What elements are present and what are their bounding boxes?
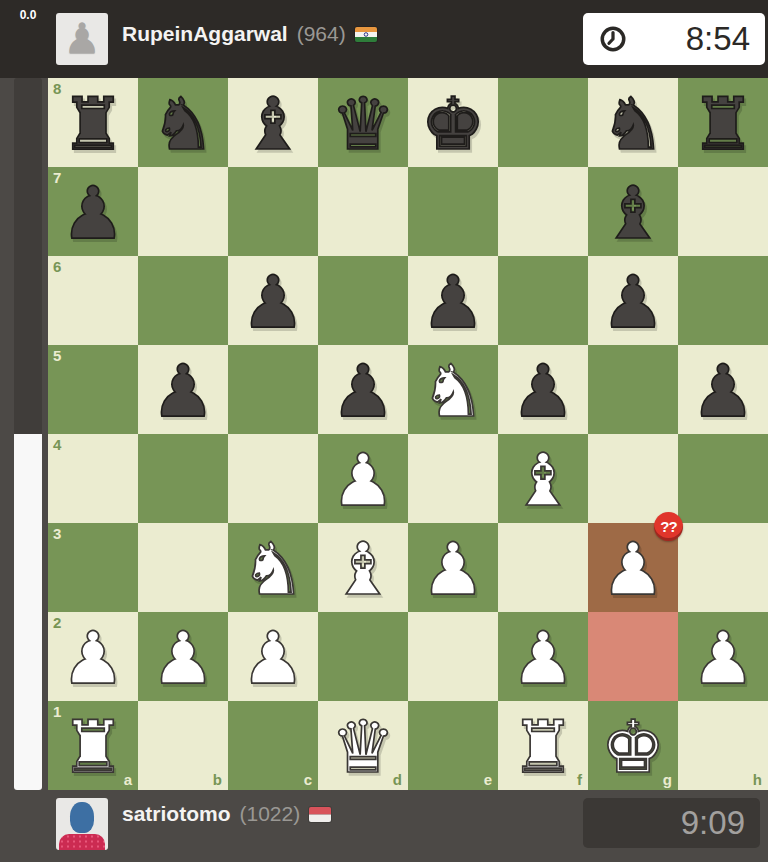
- black-pawn[interactable]: ♟: [331, 355, 396, 427]
- black-pawn[interactable]: ♟: [421, 266, 486, 338]
- rank-label-6: 6: [53, 259, 61, 274]
- white-bishop[interactable]: ♝: [511, 444, 576, 516]
- blunder-badge: ??: [654, 512, 683, 541]
- square-c1[interactable]: c: [228, 701, 318, 790]
- square-b3[interactable]: [138, 523, 228, 612]
- black-bishop[interactable]: ♝: [241, 88, 306, 160]
- file-label-f: f: [577, 772, 582, 787]
- white-bishop[interactable]: ♝: [331, 533, 396, 605]
- square-b2[interactable]: ♟: [138, 612, 228, 701]
- eval-white-section: [14, 434, 42, 790]
- bottom-clock-time: 9:09: [681, 804, 745, 842]
- rank-label-5: 5: [53, 348, 61, 363]
- white-pawn[interactable]: ♟: [601, 533, 666, 605]
- black-pawn[interactable]: ♟: [241, 266, 306, 338]
- white-rook[interactable]: ♜: [61, 711, 126, 783]
- square-c2[interactable]: ♟: [228, 612, 318, 701]
- square-b4[interactable]: [138, 434, 228, 523]
- square-d8[interactable]: ♛: [318, 78, 408, 167]
- white-pawn[interactable]: ♟: [331, 444, 396, 516]
- square-f2[interactable]: ♟: [498, 612, 588, 701]
- rank-label-4: 4: [53, 437, 61, 452]
- square-h1[interactable]: h: [678, 701, 768, 790]
- square-e1[interactable]: e: [408, 701, 498, 790]
- white-pawn[interactable]: ♟: [511, 622, 576, 694]
- black-pawn[interactable]: ♟: [511, 355, 576, 427]
- square-f3[interactable]: [498, 523, 588, 612]
- square-d7[interactable]: [318, 167, 408, 256]
- file-label-h: h: [753, 772, 762, 787]
- square-h4[interactable]: [678, 434, 768, 523]
- square-e2[interactable]: [408, 612, 498, 701]
- square-g8[interactable]: ♞: [588, 78, 678, 167]
- white-pawn[interactable]: ♟: [151, 622, 216, 694]
- bottom-player-bar: satriotomo (1022) 9:09: [0, 790, 768, 862]
- square-b7[interactable]: [138, 167, 228, 256]
- top-player-rating: (964): [297, 22, 346, 46]
- black-pawn[interactable]: ♟: [601, 266, 666, 338]
- top-player-name[interactable]: RupeinAggarwal: [122, 22, 288, 46]
- white-knight[interactable]: ♞: [241, 533, 306, 605]
- person-avatar-icon: [70, 802, 94, 833]
- square-f8[interactable]: [498, 78, 588, 167]
- square-f1[interactable]: f♜: [498, 701, 588, 790]
- pawn-avatar-icon: ♟: [63, 18, 101, 60]
- square-g4[interactable]: [588, 434, 678, 523]
- rank-label-3: 3: [53, 526, 61, 541]
- bottom-player-clock: 9:09: [583, 798, 760, 848]
- square-d6[interactable]: [318, 256, 408, 345]
- square-h6[interactable]: [678, 256, 768, 345]
- black-rook[interactable]: ♜: [691, 88, 756, 160]
- square-c5[interactable]: [228, 345, 318, 434]
- top-player-clock: 8:54: [583, 13, 765, 65]
- eval-score: 0.0: [14, 8, 42, 22]
- white-pawn[interactable]: ♟: [241, 622, 306, 694]
- square-e4[interactable]: [408, 434, 498, 523]
- square-g5[interactable]: [588, 345, 678, 434]
- person-avatar-shirt: [59, 834, 105, 850]
- top-player-avatar[interactable]: ♟: [56, 13, 108, 65]
- black-knight[interactable]: ♞: [151, 88, 216, 160]
- square-f7[interactable]: [498, 167, 588, 256]
- black-knight[interactable]: ♞: [601, 88, 666, 160]
- file-label-e: e: [484, 772, 492, 787]
- chess-game-screen: ♟ RupeinAggarwal (964) 8:54: [0, 0, 768, 862]
- square-d3[interactable]: ♝: [318, 523, 408, 612]
- bottom-player-avatar[interactable]: [56, 798, 108, 850]
- square-b1[interactable]: b: [138, 701, 228, 790]
- square-g6[interactable]: ♟: [588, 256, 678, 345]
- square-c4[interactable]: [228, 434, 318, 523]
- white-king[interactable]: ♚: [601, 711, 666, 783]
- white-rook[interactable]: ♜: [511, 711, 576, 783]
- square-f5[interactable]: ♟: [498, 345, 588, 434]
- black-pawn[interactable]: ♟: [61, 177, 126, 249]
- square-b6[interactable]: [138, 256, 228, 345]
- square-h7[interactable]: [678, 167, 768, 256]
- top-clock-time: 8:54: [686, 20, 750, 58]
- square-a5[interactable]: 5: [48, 345, 138, 434]
- black-queen[interactable]: ♛: [331, 88, 396, 160]
- square-g2[interactable]: [588, 612, 678, 701]
- square-c6[interactable]: ♟: [228, 256, 318, 345]
- white-pawn[interactable]: ♟: [61, 622, 126, 694]
- square-a1[interactable]: 1a♜: [48, 701, 138, 790]
- bottom-player-name[interactable]: satriotomo: [122, 802, 231, 826]
- indonesia-flag-icon: [309, 807, 331, 822]
- square-h5[interactable]: ♟: [678, 345, 768, 434]
- square-a7[interactable]: 7♟: [48, 167, 138, 256]
- square-a8[interactable]: 8♜: [48, 78, 138, 167]
- square-c3[interactable]: ♞: [228, 523, 318, 612]
- clock-icon: [598, 24, 628, 54]
- bottom-player-info: satriotomo (1022): [122, 802, 331, 826]
- square-d5[interactable]: ♟: [318, 345, 408, 434]
- square-h2[interactable]: ♟: [678, 612, 768, 701]
- india-flag-icon: [355, 27, 377, 42]
- square-a4[interactable]: 4: [48, 434, 138, 523]
- bottom-player-rating: (1022): [240, 802, 301, 826]
- square-d1[interactable]: d♛: [318, 701, 408, 790]
- square-e7[interactable]: [408, 167, 498, 256]
- chess-board: 8♜♞♝♛♚♞♜7♟♝6♟♟♟5♟♟♞♟♟4♟♝3♞♝♟♟2♟♟♟♟♟1a♜bc…: [48, 78, 768, 790]
- square-a2[interactable]: 2♟: [48, 612, 138, 701]
- white-queen[interactable]: ♛: [331, 711, 396, 783]
- file-label-b: b: [213, 772, 222, 787]
- black-pawn[interactable]: ♟: [151, 355, 216, 427]
- square-b8[interactable]: ♞: [138, 78, 228, 167]
- square-g1[interactable]: g♚: [588, 701, 678, 790]
- square-d4[interactable]: ♟: [318, 434, 408, 523]
- square-a3[interactable]: 3: [48, 523, 138, 612]
- square-f4[interactable]: ♝: [498, 434, 588, 523]
- white-pawn[interactable]: ♟: [691, 622, 756, 694]
- black-bishop[interactable]: ♝: [601, 177, 666, 249]
- file-label-c: c: [304, 772, 312, 787]
- evaluation-bar: [14, 78, 42, 790]
- top-player-info: RupeinAggarwal (964): [122, 22, 377, 46]
- square-h8[interactable]: ♜: [678, 78, 768, 167]
- white-knight[interactable]: ♞: [421, 355, 486, 427]
- square-e6[interactable]: ♟: [408, 256, 498, 345]
- square-f6[interactable]: [498, 256, 588, 345]
- square-e5[interactable]: ♞: [408, 345, 498, 434]
- top-player-bar: ♟ RupeinAggarwal (964) 8:54: [0, 0, 768, 78]
- square-d2[interactable]: [318, 612, 408, 701]
- black-king[interactable]: ♚: [421, 88, 486, 160]
- black-rook[interactable]: ♜: [61, 88, 126, 160]
- square-h3[interactable]: [678, 523, 768, 612]
- square-g7[interactable]: ♝: [588, 167, 678, 256]
- square-c8[interactable]: ♝: [228, 78, 318, 167]
- black-pawn[interactable]: ♟: [691, 355, 756, 427]
- square-e8[interactable]: ♚: [408, 78, 498, 167]
- eval-black-section: [14, 78, 42, 434]
- square-b5[interactable]: ♟: [138, 345, 228, 434]
- white-pawn[interactable]: ♟: [421, 533, 486, 605]
- square-e3[interactable]: ♟: [408, 523, 498, 612]
- square-a6[interactable]: 6: [48, 256, 138, 345]
- square-c7[interactable]: [228, 167, 318, 256]
- blunder-badge-text: ??: [660, 518, 676, 535]
